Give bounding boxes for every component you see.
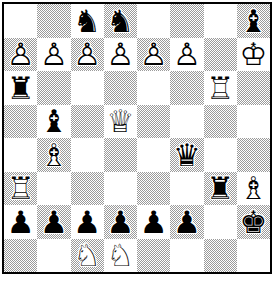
square-g3[interactable]: ♜♜ [204,172,237,206]
square-f8[interactable] [170,4,203,38]
square-g1[interactable] [204,239,237,273]
piece-glyph: ♚ [237,205,270,239]
square-h1[interactable] [237,239,270,273]
piece-glyph: ♟ [104,205,137,239]
piece-glyph: ♞ [104,4,137,38]
piece-white-knight: ♞♘ [71,239,104,273]
square-a1[interactable] [4,239,37,273]
piece-glyph: ♜ [204,172,237,206]
piece-glyph: ♟ [137,205,170,239]
square-c4[interactable] [71,138,104,172]
square-e2[interactable]: ♟♟ [137,205,170,239]
square-d2[interactable]: ♟♟ [104,205,137,239]
piece-black-pawn: ♟♟ [71,205,104,239]
square-b3[interactable] [37,172,70,206]
square-d1[interactable]: ♞♘ [104,239,137,273]
piece-glyph: ♟ [37,205,70,239]
square-e6[interactable] [137,71,170,105]
square-a8[interactable] [4,4,37,38]
piece-glyph: ♗ [237,172,270,206]
chessboard: ♞♞♞♞♝♝♟♙♟♙♟♙♟♙♟♙♟♙♚♔♜♜♜♖♝♝♛♕♝♗♛♛♜♖♜♜♝♗♟♟… [2,2,272,274]
square-b4[interactable]: ♝♗ [37,138,70,172]
square-f1[interactable] [170,239,203,273]
piece-black-pawn: ♟♟ [104,205,137,239]
piece-white-pawn: ♟♙ [137,38,170,72]
square-f3[interactable] [170,172,203,206]
square-h6[interactable] [237,71,270,105]
piece-white-pawn: ♟♙ [104,38,137,72]
square-e5[interactable] [137,105,170,139]
piece-black-pawn: ♟♟ [170,205,203,239]
square-b8[interactable] [37,4,70,38]
square-c3[interactable] [71,172,104,206]
piece-glyph: ♘ [71,239,104,273]
piece-white-queen: ♛♕ [104,105,137,139]
piece-glyph: ♙ [170,38,203,72]
piece-white-pawn: ♟♙ [170,38,203,72]
square-a5[interactable] [4,105,37,139]
square-d6[interactable] [104,71,137,105]
piece-white-rook: ♜♖ [4,172,37,206]
piece-glyph: ♝ [37,105,70,139]
square-a6[interactable]: ♜♜ [4,71,37,105]
square-e4[interactable] [137,138,170,172]
square-b6[interactable] [37,71,70,105]
piece-glyph: ♘ [104,239,137,273]
piece-black-pawn: ♟♟ [137,205,170,239]
square-g5[interactable] [204,105,237,139]
piece-glyph: ♞ [71,4,104,38]
square-a2[interactable]: ♟♟ [4,205,37,239]
square-a7[interactable]: ♟♙ [4,38,37,72]
square-b2[interactable]: ♟♟ [37,205,70,239]
square-c8[interactable]: ♞♞ [71,4,104,38]
piece-black-knight: ♞♞ [104,4,137,38]
square-h4[interactable] [237,138,270,172]
square-g7[interactable] [204,38,237,72]
piece-black-pawn: ♟♟ [4,205,37,239]
square-h5[interactable] [237,105,270,139]
piece-glyph: ♗ [37,138,70,172]
piece-glyph: ♙ [4,38,37,72]
piece-black-queen: ♛♛ [170,138,203,172]
square-a4[interactable] [4,138,37,172]
piece-glyph: ♙ [71,38,104,72]
piece-glyph: ♙ [104,38,137,72]
square-g8[interactable] [204,4,237,38]
square-e7[interactable]: ♟♙ [137,38,170,72]
square-e1[interactable] [137,239,170,273]
piece-black-bishop: ♝♝ [37,105,70,139]
piece-white-king: ♚♔ [237,38,270,72]
piece-white-pawn: ♟♙ [4,38,37,72]
piece-glyph: ♙ [37,38,70,72]
piece-glyph: ♖ [204,71,237,105]
square-h2[interactable]: ♚♚ [237,205,270,239]
square-b1[interactable] [37,239,70,273]
square-f4[interactable]: ♛♛ [170,138,203,172]
square-f7[interactable]: ♟♙ [170,38,203,72]
square-c6[interactable] [71,71,104,105]
square-e8[interactable] [137,4,170,38]
square-f5[interactable] [170,105,203,139]
piece-glyph: ♟ [170,205,203,239]
piece-glyph: ♜ [4,71,37,105]
square-c5[interactable] [71,105,104,139]
piece-glyph: ♟ [4,205,37,239]
square-h8[interactable]: ♝♝ [237,4,270,38]
square-a3[interactable]: ♜♖ [4,172,37,206]
square-d5[interactable]: ♛♕ [104,105,137,139]
square-d8[interactable]: ♞♞ [104,4,137,38]
square-c1[interactable]: ♞♘ [71,239,104,273]
square-f6[interactable] [170,71,203,105]
square-d4[interactable] [104,138,137,172]
square-e3[interactable] [137,172,170,206]
square-c7[interactable]: ♟♙ [71,38,104,72]
piece-glyph: ♖ [4,172,37,206]
piece-glyph: ♙ [137,38,170,72]
piece-black-rook: ♜♜ [204,172,237,206]
square-b5[interactable]: ♝♝ [37,105,70,139]
piece-white-rook: ♜♖ [204,71,237,105]
square-b7[interactable]: ♟♙ [37,38,70,72]
piece-glyph: ♔ [237,38,270,72]
piece-black-king: ♚♚ [237,205,270,239]
piece-white-pawn: ♟♙ [71,38,104,72]
piece-black-pawn: ♟♟ [37,205,70,239]
piece-glyph: ♕ [104,105,137,139]
piece-glyph: ♝ [237,4,270,38]
square-c2[interactable]: ♟♟ [71,205,104,239]
square-g6[interactable]: ♜♖ [204,71,237,105]
piece-black-knight: ♞♞ [71,4,104,38]
square-d7[interactable]: ♟♙ [104,38,137,72]
piece-white-knight: ♞♘ [104,239,137,273]
piece-white-pawn: ♟♙ [37,38,70,72]
piece-white-bishop: ♝♗ [237,172,270,206]
square-h7[interactable]: ♚♔ [237,38,270,72]
square-g2[interactable] [204,205,237,239]
piece-black-rook: ♜♜ [4,71,37,105]
square-d3[interactable] [104,172,137,206]
piece-white-bishop: ♝♗ [37,138,70,172]
piece-black-bishop: ♝♝ [237,4,270,38]
square-f2[interactable]: ♟♟ [170,205,203,239]
piece-glyph: ♟ [71,205,104,239]
square-g4[interactable] [204,138,237,172]
square-h3[interactable]: ♝♗ [237,172,270,206]
piece-glyph: ♛ [170,138,203,172]
